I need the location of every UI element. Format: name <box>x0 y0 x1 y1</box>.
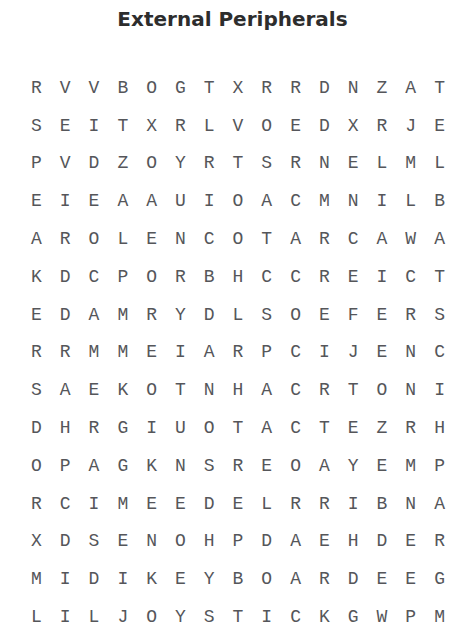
cell-r9c2[interactable]: A <box>51 371 80 409</box>
cell-r7c4[interactable]: M <box>108 296 137 334</box>
cell-r6c7[interactable]: B <box>195 258 224 296</box>
cell-r7c8[interactable]: L <box>224 296 253 334</box>
cell-r3c7[interactable]: R <box>195 145 224 183</box>
cell-r7c3[interactable]: A <box>80 296 109 334</box>
cell-r2c5[interactable]: X <box>137 107 166 145</box>
cell-r5c9[interactable]: T <box>252 220 281 258</box>
cell-r12c2[interactable]: C <box>51 485 80 523</box>
cell-r13c8[interactable]: P <box>224 523 253 561</box>
cell-r8c6[interactable]: I <box>166 334 195 372</box>
cell-r8c7[interactable]: A <box>195 334 224 372</box>
cell-r13c3[interactable]: S <box>80 523 109 561</box>
cell-r1c4[interactable]: B <box>108 69 137 107</box>
cell-r1c9[interactable]: R <box>252 69 281 107</box>
cell-r6c9[interactable]: C <box>252 258 281 296</box>
cell-r10c15[interactable]: H <box>425 409 454 447</box>
cell-r9c7[interactable]: N <box>195 371 224 409</box>
cell-r6c8[interactable]: H <box>224 258 253 296</box>
cell-r12c12[interactable]: I <box>339 485 368 523</box>
cell-r8c14[interactable]: N <box>396 334 425 372</box>
cell-r13c4[interactable]: E <box>108 523 137 561</box>
cell-r5c14[interactable]: W <box>396 220 425 258</box>
cell-r3c4[interactable]: Z <box>108 145 137 183</box>
cell-r10c14[interactable]: R <box>396 409 425 447</box>
cell-r4c13[interactable]: I <box>368 182 397 220</box>
cell-r9c11[interactable]: R <box>310 371 339 409</box>
cell-r13c11[interactable]: E <box>310 523 339 561</box>
cell-r6c6[interactable]: R <box>166 258 195 296</box>
cell-r9c5[interactable]: O <box>137 371 166 409</box>
cell-r5c1[interactable]: A <box>22 220 51 258</box>
cell-r2c8[interactable]: V <box>224 107 253 145</box>
cell-r15c6[interactable]: Y <box>166 598 195 636</box>
cell-r2c11[interactable]: D <box>310 107 339 145</box>
cell-r13c12[interactable]: H <box>339 523 368 561</box>
cell-r7c1[interactable]: E <box>22 296 51 334</box>
cell-r8c2[interactable]: R <box>51 334 80 372</box>
cell-r8c5[interactable]: E <box>137 334 166 372</box>
cell-r11c13[interactable]: E <box>368 447 397 485</box>
cell-r15c7[interactable]: S <box>195 598 224 636</box>
cell-r11c12[interactable]: Y <box>339 447 368 485</box>
puzzle-title: External Peripherals <box>0 7 465 31</box>
cell-r14c8[interactable]: B <box>224 560 253 598</box>
cell-r10c6[interactable]: U <box>166 409 195 447</box>
cell-r8c4[interactable]: M <box>108 334 137 372</box>
cell-r4c10[interactable]: C <box>281 182 310 220</box>
cell-r11c5[interactable]: K <box>137 447 166 485</box>
cell-r2c7[interactable]: L <box>195 107 224 145</box>
cell-r8c15[interactable]: C <box>425 334 454 372</box>
cell-r1c2[interactable]: V <box>51 69 80 107</box>
cell-r10c2[interactable]: H <box>51 409 80 447</box>
cell-r12c7[interactable]: D <box>195 485 224 523</box>
cell-r8c8[interactable]: R <box>224 334 253 372</box>
cell-r14c5[interactable]: K <box>137 560 166 598</box>
cell-r3c8[interactable]: T <box>224 145 253 183</box>
cell-r6c14[interactable]: C <box>396 258 425 296</box>
cell-r12c15[interactable]: A <box>425 485 454 523</box>
cell-r1c15[interactable]: T <box>425 69 454 107</box>
cell-r4c9[interactable]: A <box>252 182 281 220</box>
cell-r15c4[interactable]: J <box>108 598 137 636</box>
cell-r5c6[interactable]: N <box>166 220 195 258</box>
cell-r8c3[interactable]: M <box>80 334 109 372</box>
cell-r9c4[interactable]: K <box>108 371 137 409</box>
cell-r4c4[interactable]: A <box>108 182 137 220</box>
cell-r10c11[interactable]: T <box>310 409 339 447</box>
cell-r4c15[interactable]: B <box>425 182 454 220</box>
cell-r14c15[interactable]: G <box>425 560 454 598</box>
cell-r3c14[interactable]: M <box>396 145 425 183</box>
cell-r9c12[interactable]: T <box>339 371 368 409</box>
cell-r10c13[interactable]: Z <box>368 409 397 447</box>
cell-r4c2[interactable]: I <box>51 182 80 220</box>
cell-r9c9[interactable]: A <box>252 371 281 409</box>
cell-r8c12[interactable]: J <box>339 334 368 372</box>
cell-r5c13[interactable]: A <box>368 220 397 258</box>
cell-r3c9[interactable]: S <box>252 145 281 183</box>
cell-r6c3[interactable]: C <box>80 258 109 296</box>
cell-r15c12[interactable]: G <box>339 598 368 636</box>
cell-r12c3[interactable]: I <box>80 485 109 523</box>
cell-r4c14[interactable]: L <box>396 182 425 220</box>
cell-r6c15[interactable]: T <box>425 258 454 296</box>
cell-r14c4[interactable]: I <box>108 560 137 598</box>
cell-r10c1[interactable]: D <box>22 409 51 447</box>
cell-r7c9[interactable]: S <box>252 296 281 334</box>
cell-r3c1[interactable]: P <box>22 145 51 183</box>
cell-r2c3[interactable]: I <box>80 107 109 145</box>
cell-r10c3[interactable]: R <box>80 409 109 447</box>
cell-r11c4[interactable]: G <box>108 447 137 485</box>
cell-r5c2[interactable]: R <box>51 220 80 258</box>
cell-r9c15[interactable]: I <box>425 371 454 409</box>
cell-r10c12[interactable]: E <box>339 409 368 447</box>
cell-r1c14[interactable]: A <box>396 69 425 107</box>
cell-r4c7[interactable]: I <box>195 182 224 220</box>
cell-r13c5[interactable]: N <box>137 523 166 561</box>
cell-r14c2[interactable]: I <box>51 560 80 598</box>
cell-r12c10[interactable]: R <box>281 485 310 523</box>
cell-r8c11[interactable]: I <box>310 334 339 372</box>
cell-r9c14[interactable]: N <box>396 371 425 409</box>
cell-r13c2[interactable]: D <box>51 523 80 561</box>
cell-r6c2[interactable]: D <box>51 258 80 296</box>
cell-r5c7[interactable]: C <box>195 220 224 258</box>
cell-r12c11[interactable]: R <box>310 485 339 523</box>
cell-r2c9[interactable]: O <box>252 107 281 145</box>
cell-r11c3[interactable]: A <box>80 447 109 485</box>
cell-r3c3[interactable]: D <box>80 145 109 183</box>
cell-r9c6[interactable]: T <box>166 371 195 409</box>
cell-r4c8[interactable]: O <box>224 182 253 220</box>
cell-r1c11[interactable]: D <box>310 69 339 107</box>
cell-r7c11[interactable]: E <box>310 296 339 334</box>
cell-r2c2[interactable]: E <box>51 107 80 145</box>
cell-r5c8[interactable]: O <box>224 220 253 258</box>
cell-r15c15[interactable]: M <box>425 598 454 636</box>
cell-r12c8[interactable]: E <box>224 485 253 523</box>
cell-r6c4[interactable]: P <box>108 258 137 296</box>
cell-r1c1[interactable]: R <box>22 69 51 107</box>
cell-r8c10[interactable]: C <box>281 334 310 372</box>
cell-r14c11[interactable]: R <box>310 560 339 598</box>
cell-r8c13[interactable]: E <box>368 334 397 372</box>
cell-r6c5[interactable]: O <box>137 258 166 296</box>
cell-r14c1[interactable]: M <box>22 560 51 598</box>
word-search-grid: RVVBOGTXRRDNZATSEITXRLVOEDXRJEPVDZOYRTSR… <box>22 69 454 636</box>
cell-r15c5[interactable]: O <box>137 598 166 636</box>
cell-r7c2[interactable]: D <box>51 296 80 334</box>
cell-r7c5[interactable]: R <box>137 296 166 334</box>
cell-r2c10[interactable]: E <box>281 107 310 145</box>
cell-r1c10[interactable]: R <box>281 69 310 107</box>
cell-r1c7[interactable]: T <box>195 69 224 107</box>
cell-r15c10[interactable]: C <box>281 598 310 636</box>
cell-r4c12[interactable]: N <box>339 182 368 220</box>
cell-r6c1[interactable]: K <box>22 258 51 296</box>
cell-r6c13[interactable]: I <box>368 258 397 296</box>
cell-r1c8[interactable]: X <box>224 69 253 107</box>
cell-r5c5[interactable]: E <box>137 220 166 258</box>
cell-r14c10[interactable]: A <box>281 560 310 598</box>
cell-r9c3[interactable]: E <box>80 371 109 409</box>
cell-r15c1[interactable]: L <box>22 598 51 636</box>
cell-r13c6[interactable]: O <box>166 523 195 561</box>
cell-r15c13[interactable]: W <box>368 598 397 636</box>
cell-r1c13[interactable]: Z <box>368 69 397 107</box>
cell-r2c12[interactable]: X <box>339 107 368 145</box>
cell-r8c1[interactable]: R <box>22 334 51 372</box>
cell-r13c10[interactable]: A <box>281 523 310 561</box>
cell-r5c11[interactable]: R <box>310 220 339 258</box>
cell-r13c7[interactable]: H <box>195 523 224 561</box>
cell-r12c1[interactable]: R <box>22 485 51 523</box>
cell-r7c10[interactable]: O <box>281 296 310 334</box>
cell-r12c9[interactable]: L <box>252 485 281 523</box>
cell-r10c7[interactable]: O <box>195 409 224 447</box>
cell-r6c11[interactable]: R <box>310 258 339 296</box>
cell-r7c15[interactable]: S <box>425 296 454 334</box>
cell-r10c4[interactable]: G <box>108 409 137 447</box>
cell-r15c14[interactable]: P <box>396 598 425 636</box>
cell-r9c8[interactable]: H <box>224 371 253 409</box>
cell-r14c13[interactable]: E <box>368 560 397 598</box>
cell-r11c6[interactable]: N <box>166 447 195 485</box>
cell-r11c2[interactable]: P <box>51 447 80 485</box>
cell-r13c1[interactable]: X <box>22 523 51 561</box>
cell-r5c4[interactable]: L <box>108 220 137 258</box>
cell-r3c6[interactable]: Y <box>166 145 195 183</box>
cell-r14c7[interactable]: Y <box>195 560 224 598</box>
cell-r13c15[interactable]: R <box>425 523 454 561</box>
cell-r3c15[interactable]: L <box>425 145 454 183</box>
cell-r4c5[interactable]: A <box>137 182 166 220</box>
cell-r12c6[interactable]: E <box>166 485 195 523</box>
cell-r2c14[interactable]: J <box>396 107 425 145</box>
cell-r8c9[interactable]: P <box>252 334 281 372</box>
cell-r15c8[interactable]: T <box>224 598 253 636</box>
cell-r1c3[interactable]: V <box>80 69 109 107</box>
cell-r3c13[interactable]: L <box>368 145 397 183</box>
cell-r2c13[interactable]: R <box>368 107 397 145</box>
cell-r3c5[interactable]: O <box>137 145 166 183</box>
cell-r13c9[interactable]: D <box>252 523 281 561</box>
cell-r3c11[interactable]: N <box>310 145 339 183</box>
cell-r13c14[interactable]: E <box>396 523 425 561</box>
cell-r11c11[interactable]: A <box>310 447 339 485</box>
cell-r2c1[interactable]: S <box>22 107 51 145</box>
cell-r4c1[interactable]: E <box>22 182 51 220</box>
cell-r5c10[interactable]: A <box>281 220 310 258</box>
cell-r14c3[interactable]: D <box>80 560 109 598</box>
cell-r7c14[interactable]: R <box>396 296 425 334</box>
cell-r9c13[interactable]: O <box>368 371 397 409</box>
cell-r7c6[interactable]: Y <box>166 296 195 334</box>
cell-r15c2[interactable]: I <box>51 598 80 636</box>
cell-r7c12[interactable]: F <box>339 296 368 334</box>
cell-r7c7[interactable]: D <box>195 296 224 334</box>
cell-r1c5[interactable]: O <box>137 69 166 107</box>
cell-r7c13[interactable]: E <box>368 296 397 334</box>
cell-r12c14[interactable]: N <box>396 485 425 523</box>
cell-r9c10[interactable]: C <box>281 371 310 409</box>
cell-r10c10[interactable]: C <box>281 409 310 447</box>
cell-r11c10[interactable]: O <box>281 447 310 485</box>
cell-r3c12[interactable]: E <box>339 145 368 183</box>
cell-r2c6[interactable]: R <box>166 107 195 145</box>
cell-r3c2[interactable]: V <box>51 145 80 183</box>
cell-r12c5[interactable]: E <box>137 485 166 523</box>
cell-r15c11[interactable]: K <box>310 598 339 636</box>
cell-r9c1[interactable]: S <box>22 371 51 409</box>
cell-r6c12[interactable]: E <box>339 258 368 296</box>
cell-r14c12[interactable]: D <box>339 560 368 598</box>
cell-r4c3[interactable]: E <box>80 182 109 220</box>
cell-r6c10[interactable]: C <box>281 258 310 296</box>
cell-r4c11[interactable]: M <box>310 182 339 220</box>
cell-r15c3[interactable]: L <box>80 598 109 636</box>
cell-r12c13[interactable]: B <box>368 485 397 523</box>
cell-r11c7[interactable]: S <box>195 447 224 485</box>
cell-r15c9[interactable]: I <box>252 598 281 636</box>
cell-r1c12[interactable]: N <box>339 69 368 107</box>
cell-r11c9[interactable]: E <box>252 447 281 485</box>
cell-r5c12[interactable]: C <box>339 220 368 258</box>
cell-r2c15[interactable]: E <box>425 107 454 145</box>
cell-r14c9[interactable]: O <box>252 560 281 598</box>
cell-r13c13[interactable]: D <box>368 523 397 561</box>
cell-r11c1[interactable]: O <box>22 447 51 485</box>
cell-r10c8[interactable]: T <box>224 409 253 447</box>
cell-r11c14[interactable]: M <box>396 447 425 485</box>
cell-r1c6[interactable]: G <box>166 69 195 107</box>
cell-r14c6[interactable]: E <box>166 560 195 598</box>
cell-r4c6[interactable]: U <box>166 182 195 220</box>
cell-r10c5[interactable]: I <box>137 409 166 447</box>
cell-r12c4[interactable]: M <box>108 485 137 523</box>
cell-r11c8[interactable]: R <box>224 447 253 485</box>
cell-r5c15[interactable]: A <box>425 220 454 258</box>
cell-r2c4[interactable]: T <box>108 107 137 145</box>
cell-r10c9[interactable]: A <box>252 409 281 447</box>
cell-r11c15[interactable]: P <box>425 447 454 485</box>
cell-r14c14[interactable]: E <box>396 560 425 598</box>
cell-r5c3[interactable]: O <box>80 220 109 258</box>
cell-r3c10[interactable]: R <box>281 145 310 183</box>
